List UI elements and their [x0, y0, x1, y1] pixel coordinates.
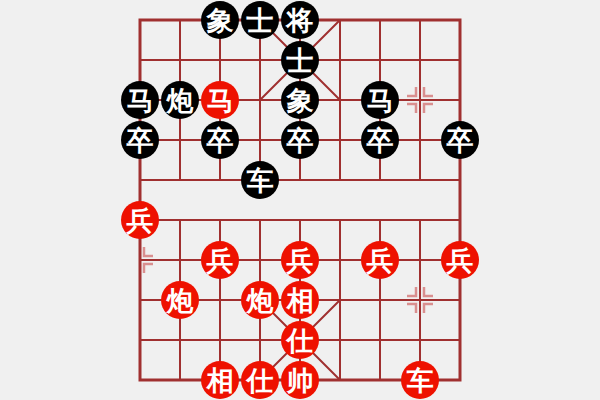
piece-black-advisor[interactable]: 士	[281, 41, 319, 79]
xiangqi-board: 象士将士马炮马象马卒卒卒卒卒车兵兵兵兵兵炮炮相仕相仕帅车	[0, 0, 600, 400]
piece-red-soldier[interactable]: 兵	[281, 241, 319, 279]
piece-black-chariot[interactable]: 车	[241, 161, 279, 199]
piece-red-soldier[interactable]: 兵	[121, 201, 159, 239]
piece-red-soldier[interactable]: 兵	[361, 241, 399, 279]
piece-black-general[interactable]: 将	[281, 1, 319, 39]
piece-red-cannon[interactable]: 炮	[161, 281, 199, 319]
piece-black-cannon[interactable]: 炮	[161, 81, 199, 119]
piece-black-advisor[interactable]: 士	[241, 1, 279, 39]
piece-red-horse[interactable]: 马	[201, 81, 239, 119]
piece-red-advisor[interactable]: 仕	[241, 361, 279, 399]
piece-black-soldier[interactable]: 卒	[281, 121, 319, 159]
piece-black-elephant[interactable]: 象	[281, 81, 319, 119]
piece-black-soldier[interactable]: 卒	[201, 121, 239, 159]
piece-black-soldier[interactable]: 卒	[121, 121, 159, 159]
piece-red-soldier[interactable]: 兵	[201, 241, 239, 279]
piece-black-horse[interactable]: 马	[121, 81, 159, 119]
piece-red-elephant[interactable]: 相	[201, 361, 239, 399]
piece-black-soldier[interactable]: 卒	[361, 121, 399, 159]
piece-red-advisor[interactable]: 仕	[281, 321, 319, 359]
piece-red-cannon[interactable]: 炮	[241, 281, 279, 319]
piece-red-elephant[interactable]: 相	[281, 281, 319, 319]
piece-black-soldier[interactable]: 卒	[441, 121, 479, 159]
board-grid[interactable]: 象士将士马炮马象马卒卒卒卒卒车兵兵兵兵兵炮炮相仕相仕帅车	[120, 0, 480, 400]
piece-black-elephant[interactable]: 象	[201, 1, 239, 39]
piece-red-soldier[interactable]: 兵	[441, 241, 479, 279]
piece-red-chariot[interactable]: 车	[401, 361, 439, 399]
piece-red-general[interactable]: 帅	[281, 361, 319, 399]
piece-black-horse[interactable]: 马	[361, 81, 399, 119]
